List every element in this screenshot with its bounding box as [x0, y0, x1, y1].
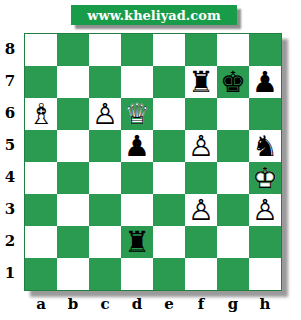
square-b4[interactable]: [57, 162, 89, 194]
rank-label-3: 3: [0, 193, 24, 225]
piece-black-rook-f7[interactable]: ♜: [185, 66, 217, 98]
square-h2[interactable]: [249, 226, 281, 258]
file-labels: abcdefgh: [25, 293, 281, 315]
piece-black-knight-h5[interactable]: ♞: [249, 130, 281, 162]
square-f5[interactable]: ♟♙: [185, 130, 217, 162]
square-a8[interactable]: [25, 34, 57, 66]
square-a1[interactable]: [25, 258, 57, 290]
square-g2[interactable]: [217, 226, 249, 258]
square-a4[interactable]: [25, 162, 57, 194]
square-c7[interactable]: [89, 66, 121, 98]
square-e5[interactable]: [153, 130, 185, 162]
square-c3[interactable]: [89, 194, 121, 226]
square-g4[interactable]: [217, 162, 249, 194]
square-f8[interactable]: [185, 34, 217, 66]
square-c2[interactable]: [89, 226, 121, 258]
square-f4[interactable]: [185, 162, 217, 194]
square-e3[interactable]: [153, 194, 185, 226]
file-label-b: b: [57, 293, 89, 315]
square-c5[interactable]: [89, 130, 121, 162]
white-pawn-outline-glyph: ♙: [249, 194, 281, 226]
site-banner[interactable]: www.kheliyad.com: [71, 5, 237, 25]
square-c6[interactable]: ♟♙: [89, 98, 121, 130]
square-c1[interactable]: [89, 258, 121, 290]
square-f6[interactable]: [185, 98, 217, 130]
square-a6[interactable]: ♝♗: [25, 98, 57, 130]
white-pawn-outline-glyph: ♙: [89, 98, 121, 130]
white-bishop-outline-glyph: ♗: [25, 98, 57, 130]
square-g7[interactable]: ♚: [217, 66, 249, 98]
square-e2[interactable]: [153, 226, 185, 258]
square-d7[interactable]: [121, 66, 153, 98]
file-label-e: e: [153, 293, 185, 315]
square-b8[interactable]: [57, 34, 89, 66]
rank-labels: 87654321: [0, 33, 24, 289]
square-b7[interactable]: [57, 66, 89, 98]
square-h5[interactable]: ♞: [249, 130, 281, 162]
piece-white-pawn-f5[interactable]: ♟♙: [185, 130, 217, 162]
page: www.kheliyad.com 87654321 ♜♚♟♝♗♟♙♛♕♟♟♙♞♚…: [0, 0, 301, 320]
square-e1[interactable]: [153, 258, 185, 290]
square-h6[interactable]: [249, 98, 281, 130]
square-e6[interactable]: [153, 98, 185, 130]
square-b6[interactable]: [57, 98, 89, 130]
file-label-h: h: [249, 293, 281, 315]
square-d1[interactable]: [121, 258, 153, 290]
square-b5[interactable]: [57, 130, 89, 162]
square-g8[interactable]: [217, 34, 249, 66]
square-g1[interactable]: [217, 258, 249, 290]
rank-label-5: 5: [0, 129, 24, 161]
piece-white-pawn-c6[interactable]: ♟♙: [89, 98, 121, 130]
square-c4[interactable]: [89, 162, 121, 194]
square-a3[interactable]: [25, 194, 57, 226]
square-d3[interactable]: [121, 194, 153, 226]
rank-label-7: 7: [0, 65, 24, 97]
piece-black-rook-d2[interactable]: ♜: [121, 226, 153, 258]
white-king-outline-glyph: ♔: [249, 162, 281, 194]
rank-label-8: 8: [0, 33, 24, 65]
white-queen-outline-glyph: ♕: [121, 98, 153, 130]
piece-white-king-h4[interactable]: ♚♔: [249, 162, 281, 194]
square-f3[interactable]: ♟♙: [185, 194, 217, 226]
square-f7[interactable]: ♜: [185, 66, 217, 98]
square-h8[interactable]: [249, 34, 281, 66]
rank-label-6: 6: [0, 97, 24, 129]
square-h3[interactable]: ♟♙: [249, 194, 281, 226]
square-a7[interactable]: [25, 66, 57, 98]
square-f2[interactable]: [185, 226, 217, 258]
rank-label-2: 2: [0, 225, 24, 257]
square-e7[interactable]: [153, 66, 185, 98]
chess-board[interactable]: ♜♚♟♝♗♟♙♛♕♟♟♙♞♚♔♟♙♟♙♜: [24, 33, 282, 291]
square-g5[interactable]: [217, 130, 249, 162]
square-b1[interactable]: [57, 258, 89, 290]
square-f1[interactable]: [185, 258, 217, 290]
square-a2[interactable]: [25, 226, 57, 258]
file-label-a: a: [25, 293, 57, 315]
square-h7[interactable]: ♟: [249, 66, 281, 98]
piece-black-pawn-d5[interactable]: ♟: [121, 130, 153, 162]
square-d4[interactable]: [121, 162, 153, 194]
square-e8[interactable]: [153, 34, 185, 66]
site-title[interactable]: www.kheliyad.com: [87, 8, 220, 23]
file-label-c: c: [89, 293, 121, 315]
square-e4[interactable]: [153, 162, 185, 194]
rank-label-1: 1: [0, 257, 24, 289]
square-b2[interactable]: [57, 226, 89, 258]
piece-white-queen-d6[interactable]: ♛♕: [121, 98, 153, 130]
piece-white-bishop-a6[interactable]: ♝♗: [25, 98, 57, 130]
square-g3[interactable]: [217, 194, 249, 226]
square-c8[interactable]: [89, 34, 121, 66]
square-d8[interactable]: [121, 34, 153, 66]
square-d5[interactable]: ♟: [121, 130, 153, 162]
piece-black-pawn-h7[interactable]: ♟: [249, 66, 281, 98]
square-d2[interactable]: ♜: [121, 226, 153, 258]
square-h1[interactable]: [249, 258, 281, 290]
square-b3[interactable]: [57, 194, 89, 226]
square-h4[interactable]: ♚♔: [249, 162, 281, 194]
square-a5[interactable]: [25, 130, 57, 162]
square-g6[interactable]: [217, 98, 249, 130]
piece-white-pawn-h3[interactable]: ♟♙: [249, 194, 281, 226]
white-pawn-outline-glyph: ♙: [185, 130, 217, 162]
piece-white-pawn-f3[interactable]: ♟♙: [185, 194, 217, 226]
white-pawn-outline-glyph: ♙: [185, 194, 217, 226]
file-label-g: g: [217, 293, 249, 315]
file-label-d: d: [121, 293, 153, 315]
file-label-f: f: [185, 293, 217, 315]
rank-label-4: 4: [0, 161, 24, 193]
piece-black-king-g7[interactable]: ♚: [217, 66, 249, 98]
square-d6[interactable]: ♛♕: [121, 98, 153, 130]
